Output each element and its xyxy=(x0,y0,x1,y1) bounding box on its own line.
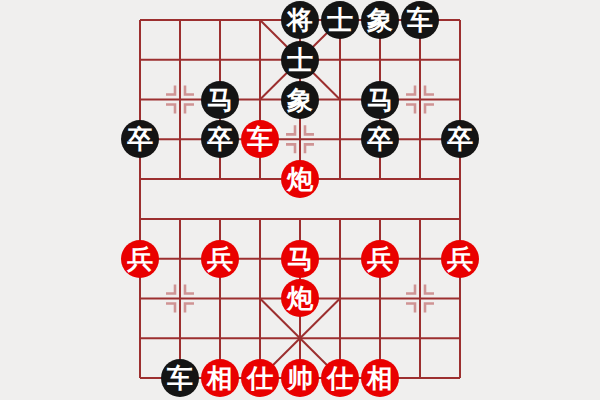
piece-red-elephant[interactable]: 相 xyxy=(361,359,399,397)
cell-3-5[interactable] xyxy=(240,199,280,239)
cell-6-6[interactable]: 兵 xyxy=(360,239,400,279)
cell-7-3[interactable] xyxy=(400,119,440,159)
cell-5-4[interactable] xyxy=(320,159,360,199)
piece-black-advisor[interactable]: 士 xyxy=(281,41,319,79)
cell-8-2[interactable] xyxy=(440,80,480,120)
cell-1-6[interactable] xyxy=(160,239,200,279)
piece-black-advisor[interactable]: 士 xyxy=(321,1,359,39)
cell-7-2[interactable] xyxy=(400,80,440,120)
cell-8-0[interactable] xyxy=(440,0,480,40)
piece-red-horse[interactable]: 马 xyxy=(281,240,319,278)
piece-black-horse[interactable]: 马 xyxy=(361,81,399,119)
cell-5-0[interactable]: 士 xyxy=(320,0,360,40)
cell-2-1[interactable] xyxy=(200,40,240,80)
cell-8-9[interactable] xyxy=(440,358,480,398)
cell-4-3[interactable] xyxy=(280,119,320,159)
cell-8-6[interactable]: 兵 xyxy=(440,239,480,279)
cell-1-3[interactable] xyxy=(160,119,200,159)
cell-3-0[interactable] xyxy=(240,0,280,40)
cell-2-2[interactable]: 马 xyxy=(200,80,240,120)
cell-3-4[interactable] xyxy=(240,159,280,199)
piece-red-advisor[interactable]: 仕 xyxy=(241,359,279,397)
cell-7-7[interactable] xyxy=(400,278,440,318)
cell-0-8[interactable] xyxy=(120,318,160,358)
cell-6-9[interactable]: 相 xyxy=(360,358,400,398)
cell-2-7[interactable] xyxy=(200,278,240,318)
cell-4-5[interactable] xyxy=(280,199,320,239)
piece-black-horse[interactable]: 马 xyxy=(201,81,239,119)
cell-8-8[interactable] xyxy=(440,318,480,358)
piece-black-soldier[interactable]: 卒 xyxy=(441,120,479,158)
cell-4-1[interactable]: 士 xyxy=(280,40,320,80)
cell-7-6[interactable] xyxy=(400,239,440,279)
cell-8-5[interactable] xyxy=(440,199,480,239)
cell-0-9[interactable] xyxy=(120,358,160,398)
cell-4-7[interactable]: 炮 xyxy=(280,278,320,318)
cell-1-2[interactable] xyxy=(160,80,200,120)
piece-red-cannon[interactable]: 炮 xyxy=(281,279,319,317)
piece-red-cannon[interactable]: 炮 xyxy=(281,160,319,198)
cell-5-2[interactable] xyxy=(320,80,360,120)
cell-8-7[interactable] xyxy=(440,278,480,318)
cell-2-4[interactable] xyxy=(200,159,240,199)
piece-red-soldier[interactable]: 兵 xyxy=(361,240,399,278)
cell-5-6[interactable] xyxy=(320,239,360,279)
piece-red-general[interactable]: 帅 xyxy=(281,359,319,397)
piece-black-soldier[interactable]: 卒 xyxy=(361,120,399,158)
cell-8-3[interactable]: 卒 xyxy=(440,119,480,159)
cell-0-2[interactable] xyxy=(120,80,160,120)
cell-5-9[interactable]: 仕 xyxy=(320,358,360,398)
piece-black-general[interactable]: 将 xyxy=(281,1,319,39)
cell-3-9[interactable]: 仕 xyxy=(240,358,280,398)
cell-0-0[interactable] xyxy=(120,0,160,40)
piece-black-elephant[interactable]: 象 xyxy=(361,1,399,39)
cell-3-1[interactable] xyxy=(240,40,280,80)
cell-1-9[interactable]: 车 xyxy=(160,358,200,398)
cell-8-1[interactable] xyxy=(440,40,480,80)
cell-2-3[interactable]: 卒 xyxy=(200,119,240,159)
cell-5-3[interactable] xyxy=(320,119,360,159)
board: 将士象车士马象马卒卒车卒卒炮兵兵马兵兵炮车相仕帅仕相 xyxy=(120,0,480,398)
cell-6-0[interactable]: 象 xyxy=(360,0,400,40)
cell-6-3[interactable]: 卒 xyxy=(360,119,400,159)
piece-black-soldier[interactable]: 卒 xyxy=(121,120,159,158)
cell-7-5[interactable] xyxy=(400,199,440,239)
cell-4-4[interactable]: 炮 xyxy=(280,159,320,199)
piece-red-advisor[interactable]: 仕 xyxy=(321,359,359,397)
cell-2-5[interactable] xyxy=(200,199,240,239)
cell-0-3[interactable]: 卒 xyxy=(120,119,160,159)
cell-7-9[interactable] xyxy=(400,358,440,398)
cell-1-8[interactable] xyxy=(160,318,200,358)
cell-4-9[interactable]: 帅 xyxy=(280,358,320,398)
cell-0-7[interactable] xyxy=(120,278,160,318)
cell-2-0[interactable] xyxy=(200,0,240,40)
cell-0-5[interactable] xyxy=(120,199,160,239)
piece-black-chariot[interactable]: 车 xyxy=(161,359,199,397)
piece-black-elephant[interactable]: 象 xyxy=(281,81,319,119)
cell-0-6[interactable]: 兵 xyxy=(120,239,160,279)
cell-8-4[interactable] xyxy=(440,159,480,199)
cell-3-2[interactable] xyxy=(240,80,280,120)
piece-red-chariot[interactable]: 车 xyxy=(241,120,279,158)
cell-2-8[interactable] xyxy=(200,318,240,358)
cell-6-7[interactable] xyxy=(360,278,400,318)
cell-6-5[interactable] xyxy=(360,199,400,239)
cell-7-0[interactable]: 车 xyxy=(400,0,440,40)
cell-7-1[interactable] xyxy=(400,40,440,80)
xiangqi-board-diagram: 将士象车士马象马卒卒车卒卒炮兵兵马兵兵炮车相仕帅仕相 xyxy=(0,0,600,400)
cell-3-7[interactable] xyxy=(240,278,280,318)
cell-5-7[interactable] xyxy=(320,278,360,318)
piece-black-chariot[interactable]: 车 xyxy=(401,1,439,39)
piece-red-soldier[interactable]: 兵 xyxy=(201,240,239,278)
cell-4-8[interactable] xyxy=(280,318,320,358)
cell-2-9[interactable]: 相 xyxy=(200,358,240,398)
cell-2-6[interactable]: 兵 xyxy=(200,239,240,279)
cell-1-7[interactable] xyxy=(160,278,200,318)
cell-6-8[interactable] xyxy=(360,318,400,358)
cell-5-1[interactable] xyxy=(320,40,360,80)
cell-1-4[interactable] xyxy=(160,159,200,199)
piece-red-soldier[interactable]: 兵 xyxy=(121,240,159,278)
cell-0-1[interactable] xyxy=(120,40,160,80)
cell-6-4[interactable] xyxy=(360,159,400,199)
cell-6-2[interactable]: 马 xyxy=(360,80,400,120)
cell-7-4[interactable] xyxy=(400,159,440,199)
cell-0-4[interactable] xyxy=(120,159,160,199)
cell-1-1[interactable] xyxy=(160,40,200,80)
cell-1-5[interactable] xyxy=(160,199,200,239)
piece-red-elephant[interactable]: 相 xyxy=(201,359,239,397)
cell-5-8[interactable] xyxy=(320,318,360,358)
cell-1-0[interactable] xyxy=(160,0,200,40)
cell-6-1[interactable] xyxy=(360,40,400,80)
piece-red-soldier[interactable]: 兵 xyxy=(441,240,479,278)
cell-4-0[interactable]: 将 xyxy=(280,0,320,40)
cell-4-2[interactable]: 象 xyxy=(280,80,320,120)
cell-7-8[interactable] xyxy=(400,318,440,358)
cell-5-5[interactable] xyxy=(320,199,360,239)
cell-3-6[interactable] xyxy=(240,239,280,279)
cell-4-6[interactable]: 马 xyxy=(280,239,320,279)
piece-black-soldier[interactable]: 卒 xyxy=(201,120,239,158)
cell-3-3[interactable]: 车 xyxy=(240,119,280,159)
cell-3-8[interactable] xyxy=(240,318,280,358)
